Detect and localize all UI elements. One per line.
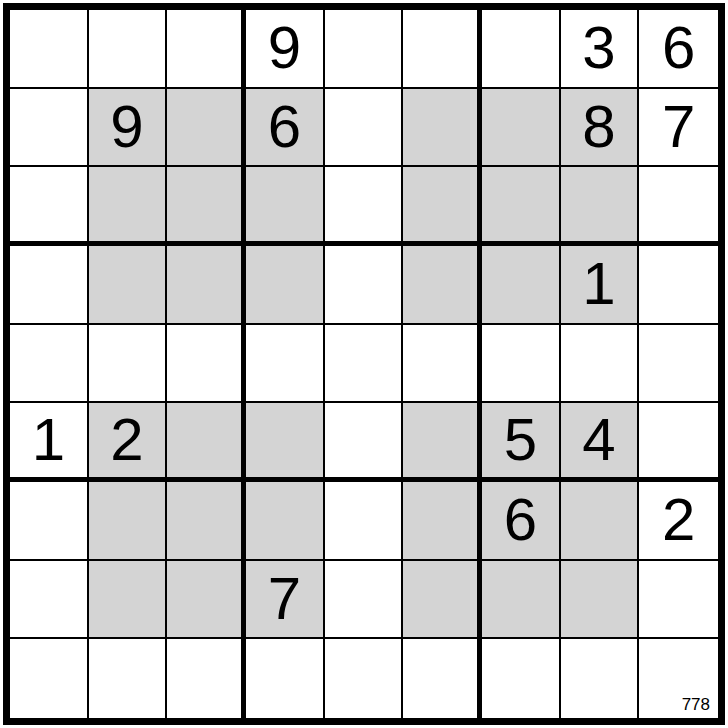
cell-r6c2[interactable]: 2 — [89, 403, 168, 482]
cell-r2c3[interactable] — [167, 89, 246, 168]
cell-r9c1[interactable] — [10, 639, 89, 718]
cell-r7c7[interactable]: 6 — [482, 482, 561, 561]
given-digit: 1 — [32, 410, 65, 470]
cell-r2c9[interactable]: 7 — [639, 89, 718, 168]
cell-r9c6[interactable] — [403, 639, 482, 718]
cell-r8c5[interactable] — [325, 561, 404, 640]
cell-r4c1[interactable] — [10, 246, 89, 325]
cell-r2c4[interactable]: 6 — [246, 89, 325, 168]
cell-r7c4[interactable] — [246, 482, 325, 561]
puzzle-number-label: 778 — [682, 695, 710, 715]
cell-r1c6[interactable] — [403, 10, 482, 89]
cell-r3c5[interactable] — [325, 167, 404, 246]
given-digit: 6 — [504, 490, 537, 550]
given-digit: 9 — [268, 18, 301, 78]
cell-r5c8[interactable] — [561, 325, 640, 404]
cell-r4c4[interactable] — [246, 246, 325, 325]
cell-r8c6[interactable] — [403, 561, 482, 640]
cell-r4c9[interactable] — [639, 246, 718, 325]
cell-r7c2[interactable] — [89, 482, 168, 561]
cell-r7c8[interactable] — [561, 482, 640, 561]
cell-r2c5[interactable] — [325, 89, 404, 168]
cell-r4c6[interactable] — [403, 246, 482, 325]
cell-r7c9[interactable]: 2 — [639, 482, 718, 561]
cell-r6c9[interactable] — [639, 403, 718, 482]
cell-r9c8[interactable] — [561, 639, 640, 718]
cell-r4c7[interactable] — [482, 246, 561, 325]
given-digit: 8 — [582, 97, 615, 157]
cell-r1c5[interactable] — [325, 10, 404, 89]
given-digit: 1 — [582, 254, 615, 314]
given-digit: 3 — [582, 18, 615, 78]
cell-r5c3[interactable] — [167, 325, 246, 404]
cell-r1c4[interactable]: 9 — [246, 10, 325, 89]
cell-r5c9[interactable] — [639, 325, 718, 404]
cell-r6c7[interactable]: 5 — [482, 403, 561, 482]
cell-r8c1[interactable] — [10, 561, 89, 640]
given-digit: 7 — [662, 97, 695, 157]
given-digit: 9 — [110, 97, 143, 157]
given-digit: 2 — [110, 410, 143, 470]
cell-r1c3[interactable] — [167, 10, 246, 89]
cell-r1c9[interactable]: 6 — [639, 10, 718, 89]
cell-r5c5[interactable] — [325, 325, 404, 404]
cell-r1c2[interactable] — [89, 10, 168, 89]
cell-r6c5[interactable] — [325, 403, 404, 482]
cell-r1c7[interactable] — [482, 10, 561, 89]
cell-r8c3[interactable] — [167, 561, 246, 640]
cell-r3c8[interactable] — [561, 167, 640, 246]
cell-r7c1[interactable] — [10, 482, 89, 561]
cell-r8c2[interactable] — [89, 561, 168, 640]
cell-r1c1[interactable] — [10, 10, 89, 89]
cell-r6c3[interactable] — [167, 403, 246, 482]
cell-r3c4[interactable] — [246, 167, 325, 246]
cell-r3c7[interactable] — [482, 167, 561, 246]
given-digit: 7 — [268, 569, 301, 629]
cell-r3c2[interactable] — [89, 167, 168, 246]
cell-r3c3[interactable] — [167, 167, 246, 246]
cell-r6c4[interactable] — [246, 403, 325, 482]
cell-r5c6[interactable] — [403, 325, 482, 404]
cell-r2c2[interactable]: 9 — [89, 89, 168, 168]
cell-r6c6[interactable] — [403, 403, 482, 482]
cell-r5c1[interactable] — [10, 325, 89, 404]
cell-r5c2[interactable] — [89, 325, 168, 404]
cell-r9c4[interactable] — [246, 639, 325, 718]
cell-r8c9[interactable] — [639, 561, 718, 640]
given-digit: 6 — [662, 18, 695, 78]
cell-r3c9[interactable] — [639, 167, 718, 246]
given-digit: 2 — [662, 490, 695, 550]
cell-r5c7[interactable] — [482, 325, 561, 404]
given-digit: 5 — [504, 410, 537, 470]
cell-r6c1[interactable]: 1 — [10, 403, 89, 482]
cell-r2c6[interactable] — [403, 89, 482, 168]
cell-r2c1[interactable] — [10, 89, 89, 168]
cell-r4c8[interactable]: 1 — [561, 246, 640, 325]
cell-r9c7[interactable] — [482, 639, 561, 718]
cell-r2c8[interactable]: 8 — [561, 89, 640, 168]
cell-r8c7[interactable] — [482, 561, 561, 640]
cell-r4c5[interactable] — [325, 246, 404, 325]
cell-r4c3[interactable] — [167, 246, 246, 325]
cell-r5c4[interactable] — [246, 325, 325, 404]
cell-r7c6[interactable] — [403, 482, 482, 561]
given-digit: 6 — [268, 97, 301, 157]
cell-r8c8[interactable] — [561, 561, 640, 640]
cell-r7c5[interactable] — [325, 482, 404, 561]
cell-r2c7[interactable] — [482, 89, 561, 168]
cell-r1c8[interactable]: 3 — [561, 10, 640, 89]
cell-r3c6[interactable] — [403, 167, 482, 246]
cell-r7c3[interactable] — [167, 482, 246, 561]
cell-r3c1[interactable] — [10, 167, 89, 246]
cell-r4c2[interactable] — [89, 246, 168, 325]
given-digit: 4 — [582, 410, 615, 470]
cell-r9c3[interactable] — [167, 639, 246, 718]
sudoku-board: 936968711254627 778 — [3, 3, 725, 725]
cell-r9c2[interactable] — [89, 639, 168, 718]
cell-r6c8[interactable]: 4 — [561, 403, 640, 482]
cell-r9c5[interactable] — [325, 639, 404, 718]
cell-r8c4[interactable]: 7 — [246, 561, 325, 640]
